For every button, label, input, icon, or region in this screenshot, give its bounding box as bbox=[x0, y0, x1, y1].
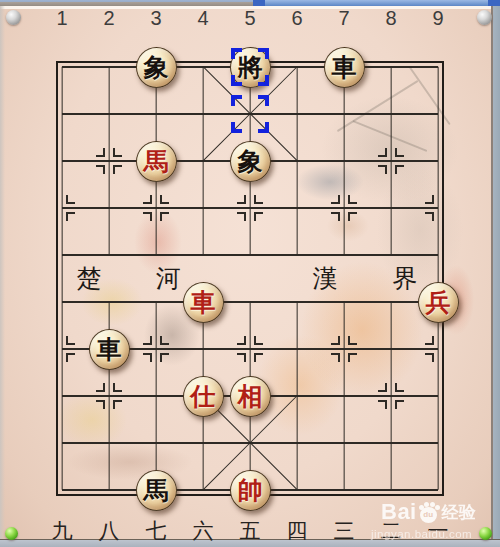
file-label-bottom: 七 bbox=[146, 517, 167, 545]
position-marker bbox=[425, 212, 434, 221]
piece-character: 兵 bbox=[426, 290, 451, 315]
piece-black-chariot[interactable]: 車 bbox=[324, 47, 365, 88]
position-marker bbox=[331, 195, 340, 204]
position-marker bbox=[425, 195, 434, 204]
selection-bracket bbox=[258, 75, 269, 86]
piece-character: 馬 bbox=[144, 478, 169, 503]
position-marker bbox=[113, 148, 122, 157]
file-label-bottom: 五 bbox=[240, 517, 261, 545]
piece-character: 相 bbox=[238, 384, 263, 409]
position-marker bbox=[66, 212, 75, 221]
position-marker bbox=[160, 195, 169, 204]
file-label-top: 2 bbox=[103, 7, 114, 30]
piece-character: 車 bbox=[332, 55, 357, 80]
piece-character: 象 bbox=[238, 149, 263, 174]
position-marker bbox=[237, 353, 246, 362]
position-marker bbox=[143, 212, 152, 221]
selection-bracket bbox=[258, 48, 269, 59]
selection-bracket bbox=[231, 75, 242, 86]
piece-red-general[interactable]: 帥 bbox=[230, 470, 271, 511]
position-marker bbox=[160, 212, 169, 221]
board-outer-border bbox=[56, 61, 444, 496]
file-label-top: 4 bbox=[197, 7, 208, 30]
position-marker bbox=[254, 195, 263, 204]
baidu-jingyan-watermark: Bai du 经验 jingyan.baidu.com bbox=[381, 499, 476, 540]
position-marker bbox=[113, 383, 122, 392]
baidu-paw-icon: du bbox=[419, 502, 440, 523]
file-label-bottom: 九 bbox=[52, 517, 73, 545]
selection-bracket bbox=[231, 48, 242, 59]
file-label-top: 3 bbox=[150, 7, 161, 30]
position-marker bbox=[143, 353, 152, 362]
position-marker bbox=[378, 400, 387, 409]
position-marker bbox=[96, 165, 105, 174]
position-marker bbox=[254, 336, 263, 345]
watermark-brand-cn: 经验 bbox=[442, 501, 476, 524]
piece-black-horse[interactable]: 馬 bbox=[136, 470, 177, 511]
position-marker bbox=[237, 195, 246, 204]
river-label: 楚 bbox=[77, 262, 102, 295]
position-marker bbox=[378, 383, 387, 392]
piece-black-elephant[interactable]: 象 bbox=[136, 47, 177, 88]
selection-bracket bbox=[258, 95, 269, 106]
position-marker bbox=[66, 336, 75, 345]
position-marker bbox=[395, 148, 404, 157]
position-marker bbox=[160, 353, 169, 362]
position-marker bbox=[348, 212, 357, 221]
piece-red-pawn[interactable]: 兵 bbox=[418, 282, 459, 323]
position-marker bbox=[331, 212, 340, 221]
position-marker bbox=[425, 336, 434, 345]
file-label-top: 5 bbox=[244, 7, 255, 30]
piece-character: 車 bbox=[97, 337, 122, 362]
position-marker bbox=[66, 195, 75, 204]
position-marker bbox=[331, 336, 340, 345]
piece-red-elephant[interactable]: 相 bbox=[230, 376, 271, 417]
position-marker bbox=[237, 336, 246, 345]
position-marker bbox=[254, 212, 263, 221]
position-marker bbox=[143, 336, 152, 345]
position-marker bbox=[331, 353, 340, 362]
selection-bracket bbox=[231, 122, 242, 133]
position-marker bbox=[378, 165, 387, 174]
piece-character: 仕 bbox=[191, 384, 216, 409]
position-marker bbox=[143, 195, 152, 204]
piece-character: 車 bbox=[191, 290, 216, 315]
position-marker bbox=[96, 383, 105, 392]
position-marker bbox=[348, 353, 357, 362]
file-label-top: 9 bbox=[432, 7, 443, 30]
file-label-top: 6 bbox=[291, 7, 302, 30]
file-label-bottom: 四 bbox=[287, 517, 308, 545]
file-label-top: 7 bbox=[338, 7, 349, 30]
position-marker bbox=[113, 165, 122, 174]
selection-bracket bbox=[258, 122, 269, 133]
position-marker bbox=[96, 148, 105, 157]
position-marker bbox=[113, 400, 122, 409]
river-label: 河 bbox=[156, 262, 181, 295]
position-marker bbox=[237, 212, 246, 221]
file-label-bottom: 六 bbox=[193, 517, 214, 545]
watermark-brand: Bai bbox=[381, 499, 417, 525]
position-marker bbox=[425, 353, 434, 362]
piece-character: 馬 bbox=[144, 149, 169, 174]
position-marker bbox=[96, 400, 105, 409]
position-marker bbox=[395, 165, 404, 174]
position-marker bbox=[66, 353, 75, 362]
position-marker bbox=[348, 336, 357, 345]
position-marker bbox=[348, 195, 357, 204]
file-label-top: 1 bbox=[56, 7, 67, 30]
xiangqi-board[interactable]: 楚河漢界123456789九八七六五四三二一象將車馬象車兵車仕相馬帥 bbox=[0, 0, 500, 547]
position-marker bbox=[395, 383, 404, 392]
river-label: 界 bbox=[393, 262, 418, 295]
position-marker bbox=[254, 353, 263, 362]
piece-character: 帥 bbox=[238, 478, 263, 503]
piece-character: 象 bbox=[144, 55, 169, 80]
watermark-url: jingyan.baidu.com bbox=[371, 528, 476, 540]
file-label-bottom: 八 bbox=[99, 517, 120, 545]
position-marker bbox=[160, 336, 169, 345]
xiangqi-app-panel: 楚河漢界123456789九八七六五四三二一象將車馬象車兵車仕相馬帥 Bai d… bbox=[0, 0, 500, 547]
selection-bracket bbox=[231, 95, 242, 106]
file-label-bottom: 三 bbox=[334, 517, 355, 545]
position-marker bbox=[395, 400, 404, 409]
piece-red-advisor[interactable]: 仕 bbox=[183, 376, 224, 417]
piece-black-elephant[interactable]: 象 bbox=[230, 141, 271, 182]
piece-black-chariot[interactable]: 車 bbox=[89, 329, 130, 370]
file-label-top: 8 bbox=[385, 7, 396, 30]
piece-red-horse[interactable]: 馬 bbox=[136, 141, 177, 182]
piece-red-chariot[interactable]: 車 bbox=[183, 282, 224, 323]
position-marker bbox=[378, 148, 387, 157]
river-label: 漢 bbox=[313, 262, 338, 295]
